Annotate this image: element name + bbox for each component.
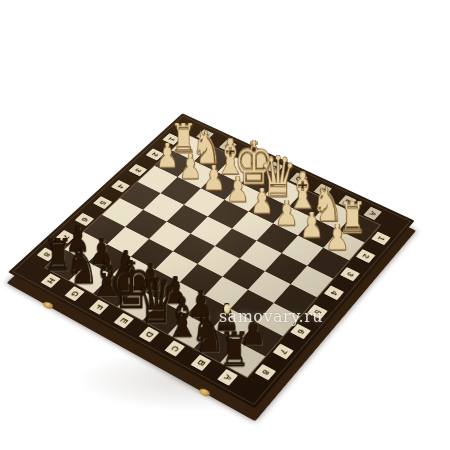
rank-label-slot: 4 (319, 279, 350, 305)
rank-label-slot: 2 (351, 243, 381, 268)
rank-label: 3 (340, 267, 360, 281)
piece-bR-a8: ♜ (219, 331, 251, 368)
file-label: E (113, 313, 133, 329)
rank-label: 8 (255, 364, 276, 380)
perspective-scene: HGFEDCBA HGFEDCBA 12345678 12345678 ♜♞♝♛… (0, 0, 450, 450)
file-label: A (217, 369, 238, 386)
brass-hinge-left (42, 301, 55, 310)
file-label: B (190, 354, 211, 371)
rank-label: 7 (273, 343, 294, 359)
file-label: H (40, 273, 60, 288)
product-photo-stage: HGFEDCBA HGFEDCBA 12345678 12345678 ♜♞♝♛… (0, 0, 450, 450)
rank-label-slot: 7 (267, 337, 300, 365)
file-label: G (64, 286, 84, 301)
file-label: F (88, 299, 108, 314)
piece-wP-a2: ♟ (325, 224, 350, 253)
brass-hinge-right (197, 387, 211, 397)
chess-board: HGFEDCBA HGFEDCBA 12345678 12345678 ♜♞♝♛… (8, 113, 415, 409)
file-label: C (164, 340, 185, 356)
watermark: samovary.ru (206, 307, 336, 326)
rank-label: 1 (371, 231, 390, 245)
file-label: D (138, 326, 159, 342)
rank-label: 4 (324, 285, 344, 300)
rank-label: 2 (356, 249, 376, 263)
